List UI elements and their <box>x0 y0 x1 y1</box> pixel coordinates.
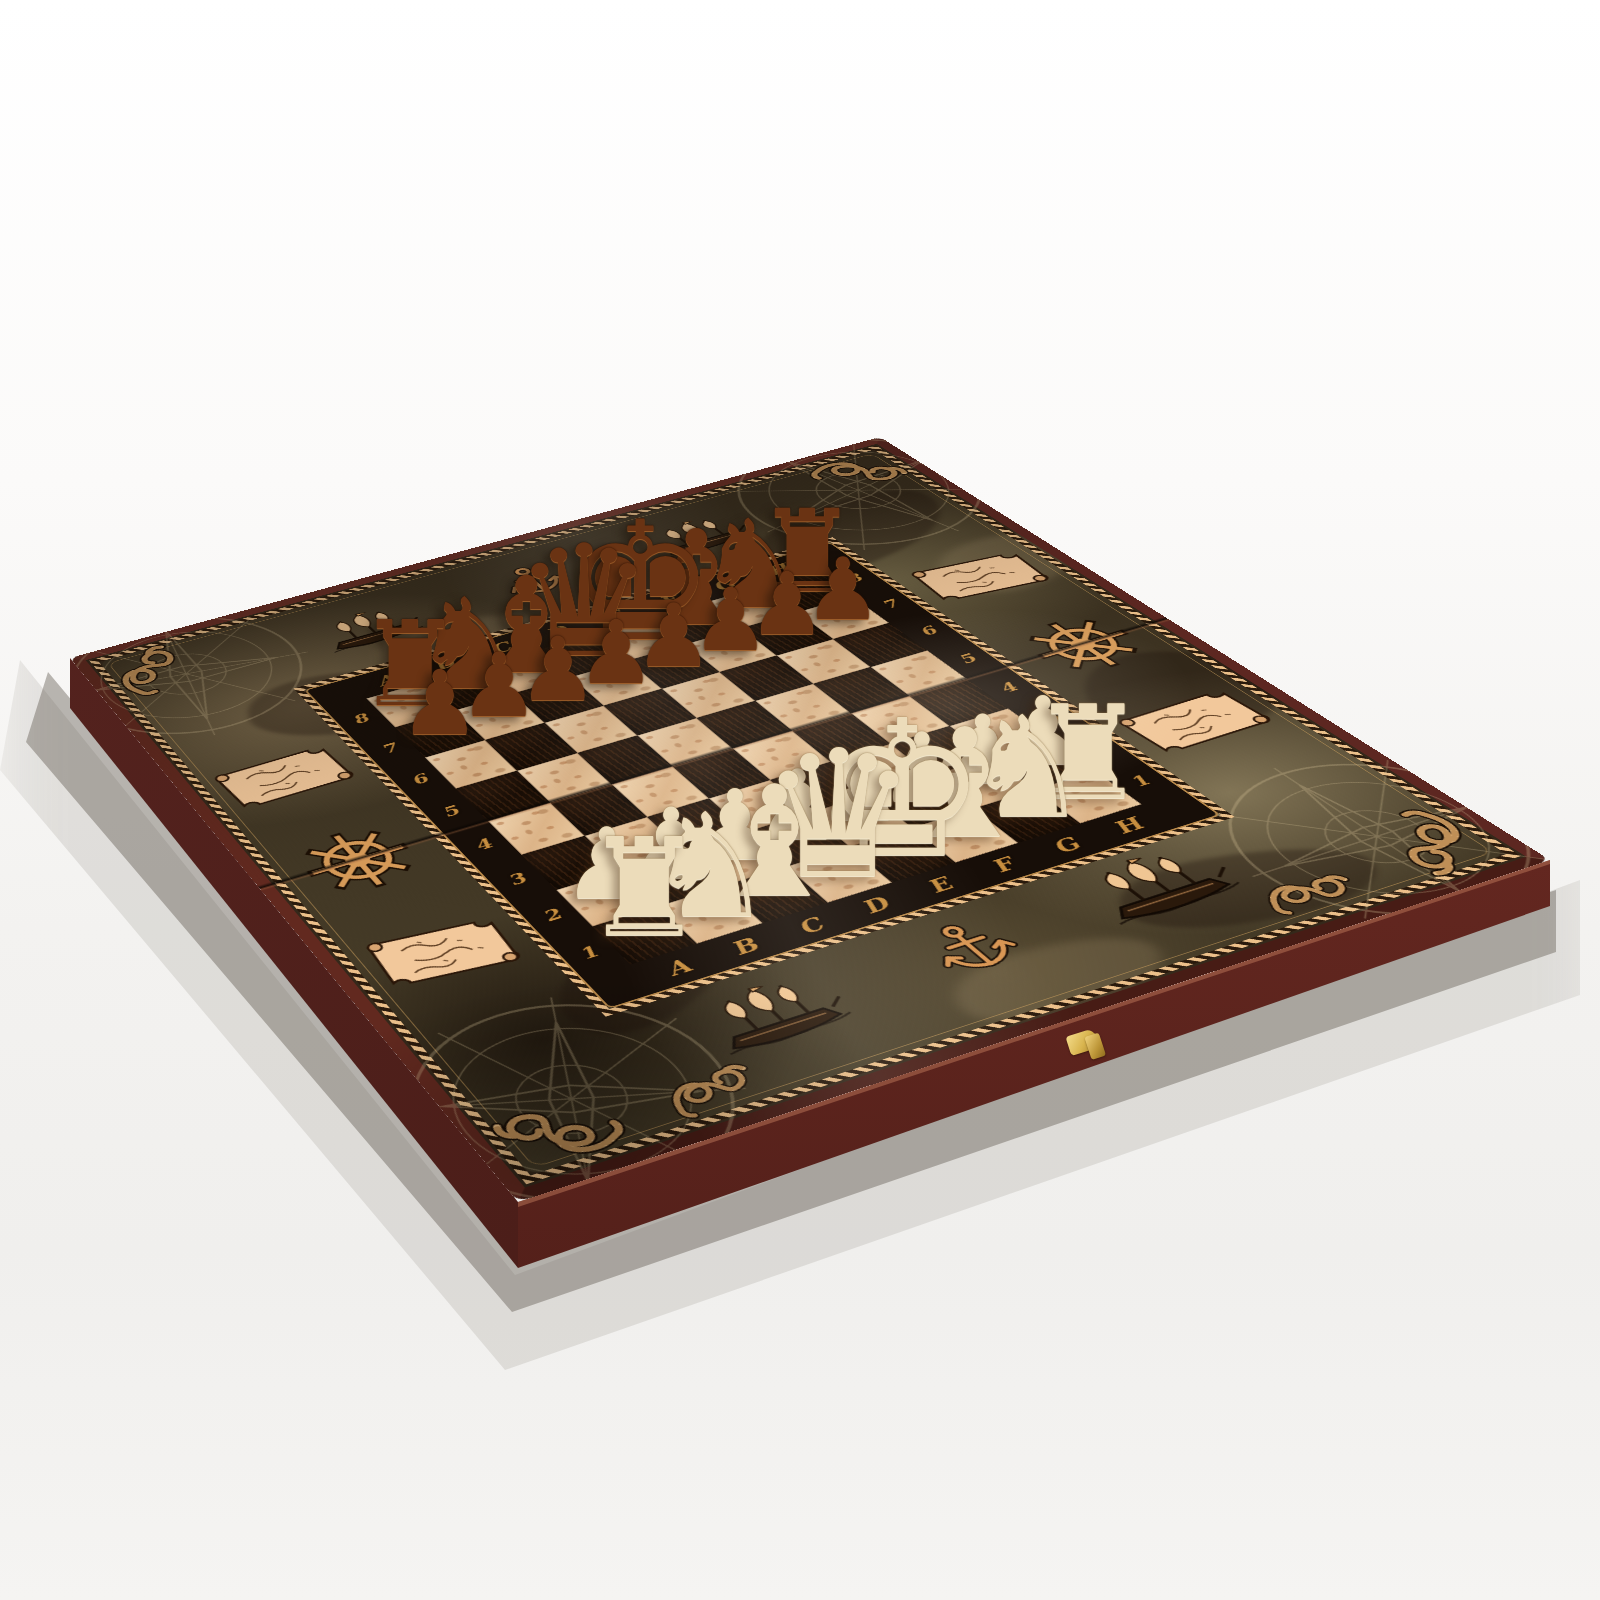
photo-stage: AABBCCDDEEFFGGHH1122334455667788 ♜♞♝♛♚♝♞… <box>0 0 1600 1600</box>
piece-dark-pawn[interactable]: ♟ <box>400 659 480 748</box>
piece-white-rook[interactable]: ♜ <box>584 821 705 956</box>
clasp-hook-icon <box>1084 1033 1106 1060</box>
pieces-layer: ♜♞♝♛♚♝♞♜♟♟♟♟♟♟♟♟♟♟♟♟♟♟♟♟♜♞♝♛♚♝♞♜ <box>0 0 1600 1600</box>
